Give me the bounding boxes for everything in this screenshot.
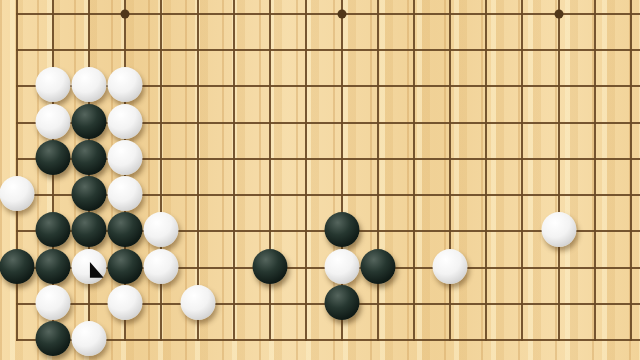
white-stone [108,68,143,103]
white-stone [108,140,143,175]
black-stone [324,212,359,247]
black-stone [72,140,107,175]
grid-line-horizontal [16,13,640,15]
white-stone [36,104,71,139]
black-stone [72,104,107,139]
white-stone [72,321,107,356]
board-bottom-edge-line [16,339,640,341]
black-stone [36,212,71,247]
black-stone [108,212,143,247]
white-stone [144,212,179,247]
black-stone [36,321,71,356]
white-stone [108,285,143,320]
black-stone [36,140,71,175]
black-stone [324,285,359,320]
star-point [337,10,346,19]
white-stone [36,285,71,320]
go-board[interactable] [0,0,640,360]
go-video-frame [0,0,640,360]
last-move-marker [90,262,104,278]
black-stone [108,249,143,284]
black-stone [72,176,107,211]
white-stone [324,249,359,284]
white-stone [108,104,143,139]
white-stone [0,176,35,211]
white-stone [72,249,107,284]
white-stone [144,249,179,284]
black-stone [361,249,396,284]
black-stone [0,249,35,284]
star-point [121,10,130,19]
white-stone [433,249,468,284]
black-stone [252,249,287,284]
white-stone [541,212,576,247]
grid-line-horizontal [16,49,640,51]
white-stone [72,68,107,103]
white-stone [36,68,71,103]
black-stone [72,212,107,247]
white-stone [180,285,215,320]
white-stone [108,176,143,211]
star-point [554,10,563,19]
black-stone [36,249,71,284]
